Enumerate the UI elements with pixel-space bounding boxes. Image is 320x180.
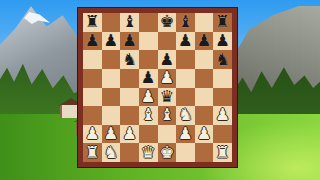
black-pawn-g7: ♟ xyxy=(197,31,212,49)
square-g3[interactable] xyxy=(195,106,214,125)
black-knight-c6: ♞ xyxy=(122,50,137,68)
square-h2[interactable] xyxy=(213,125,232,144)
square-b7[interactable]: ♟ xyxy=(102,32,121,51)
square-h1[interactable]: ♜ xyxy=(213,143,232,162)
square-d2[interactable] xyxy=(139,125,158,144)
chess-board-frame: ♜♝♚♝♜♟♟♟♟♟♟♞♟♞♟♟♟♛♝♝♞♟♟♟♟♟♟♜♞♛♚♜ xyxy=(78,8,237,167)
black-pawn-a7: ♟ xyxy=(85,31,100,49)
square-b3[interactable] xyxy=(102,106,121,125)
black-pawn-b7: ♟ xyxy=(104,31,119,49)
square-d1[interactable]: ♛ xyxy=(139,143,158,162)
black-pawn-f7: ♟ xyxy=(178,31,193,49)
square-a6[interactable] xyxy=(83,50,102,69)
square-c8[interactable]: ♝ xyxy=(120,13,139,32)
square-h5[interactable] xyxy=(213,69,232,88)
square-d3[interactable]: ♝ xyxy=(139,106,158,125)
square-h4[interactable] xyxy=(213,88,232,107)
square-g5[interactable] xyxy=(195,69,214,88)
white-pawn-h3: ♟ xyxy=(215,106,230,124)
white-rook-h1: ♜ xyxy=(215,143,230,161)
square-a8[interactable]: ♜ xyxy=(83,13,102,32)
black-knight-h6: ♞ xyxy=(215,50,230,68)
square-f3[interactable]: ♞ xyxy=(176,106,195,125)
square-e6[interactable]: ♟ xyxy=(158,50,177,69)
square-f4[interactable] xyxy=(176,88,195,107)
white-knight-b1: ♞ xyxy=(104,143,119,161)
white-rook-a1: ♜ xyxy=(85,143,100,161)
square-g4[interactable] xyxy=(195,88,214,107)
white-pawn-d4: ♟ xyxy=(141,87,156,105)
square-f1[interactable] xyxy=(176,143,195,162)
white-bishop-d3: ♝ xyxy=(141,106,156,124)
white-pawn-g2: ♟ xyxy=(197,125,212,143)
square-c4[interactable] xyxy=(120,88,139,107)
square-c3[interactable] xyxy=(120,106,139,125)
square-b5[interactable] xyxy=(102,69,121,88)
square-b4[interactable] xyxy=(102,88,121,107)
square-e4[interactable]: ♛ xyxy=(158,88,177,107)
square-e5[interactable]: ♟ xyxy=(158,69,177,88)
black-king-e8: ♚ xyxy=(159,13,174,31)
black-rook-a8: ♜ xyxy=(85,13,100,31)
square-e3[interactable]: ♝ xyxy=(158,106,177,125)
black-bishop-f8: ♝ xyxy=(178,13,193,31)
square-a5[interactable] xyxy=(83,69,102,88)
white-pawn-e5: ♟ xyxy=(159,69,174,87)
square-g1[interactable] xyxy=(195,143,214,162)
square-a2[interactable]: ♟ xyxy=(83,125,102,144)
white-pawn-a2: ♟ xyxy=(85,125,100,143)
thumbnail-scene: ♜♝♚♝♜♟♟♟♟♟♟♞♟♞♟♟♟♛♝♝♞♟♟♟♟♟♟♜♞♛♚♜ xyxy=(0,0,320,180)
white-pawn-c2: ♟ xyxy=(122,125,137,143)
black-pawn-d5: ♟ xyxy=(141,69,156,87)
black-bishop-c8: ♝ xyxy=(122,13,137,31)
square-c5[interactable] xyxy=(120,69,139,88)
square-d6[interactable] xyxy=(139,50,158,69)
square-c6[interactable]: ♞ xyxy=(120,50,139,69)
square-c7[interactable]: ♟ xyxy=(120,32,139,51)
square-e8[interactable]: ♚ xyxy=(158,13,177,32)
square-f2[interactable]: ♟ xyxy=(176,125,195,144)
square-h7[interactable]: ♟ xyxy=(213,32,232,51)
white-pawn-b2: ♟ xyxy=(104,125,119,143)
square-g7[interactable]: ♟ xyxy=(195,32,214,51)
chess-board: ♜♝♚♝♜♟♟♟♟♟♟♞♟♞♟♟♟♛♝♝♞♟♟♟♟♟♟♜♞♛♚♜ xyxy=(83,13,232,162)
square-a1[interactable]: ♜ xyxy=(83,143,102,162)
square-c2[interactable]: ♟ xyxy=(120,125,139,144)
square-b8[interactable] xyxy=(102,13,121,32)
square-f6[interactable] xyxy=(176,50,195,69)
black-pawn-h7: ♟ xyxy=(215,31,230,49)
white-queen-d1: ♛ xyxy=(141,143,156,161)
square-g6[interactable] xyxy=(195,50,214,69)
square-b1[interactable]: ♞ xyxy=(102,143,121,162)
square-g2[interactable]: ♟ xyxy=(195,125,214,144)
square-a7[interactable]: ♟ xyxy=(83,32,102,51)
square-f5[interactable] xyxy=(176,69,195,88)
black-pawn-c7: ♟ xyxy=(122,31,137,49)
white-knight-f3: ♞ xyxy=(178,106,193,124)
square-e7[interactable] xyxy=(158,32,177,51)
square-d7[interactable] xyxy=(139,32,158,51)
square-h3[interactable]: ♟ xyxy=(213,106,232,125)
black-queen-e4: ♛ xyxy=(159,87,174,105)
square-h8[interactable]: ♜ xyxy=(213,13,232,32)
square-h6[interactable]: ♞ xyxy=(213,50,232,69)
square-a3[interactable] xyxy=(83,106,102,125)
black-rook-h8: ♜ xyxy=(215,13,230,31)
square-c1[interactable] xyxy=(120,143,139,162)
black-pawn-e6: ♟ xyxy=(159,50,174,68)
square-a4[interactable] xyxy=(83,88,102,107)
square-d5[interactable]: ♟ xyxy=(139,69,158,88)
square-d8[interactable] xyxy=(139,13,158,32)
white-king-e1: ♚ xyxy=(159,143,174,161)
white-pawn-f2: ♟ xyxy=(178,125,193,143)
square-e2[interactable] xyxy=(158,125,177,144)
square-g8[interactable] xyxy=(195,13,214,32)
square-b2[interactable]: ♟ xyxy=(102,125,121,144)
square-b6[interactable] xyxy=(102,50,121,69)
square-f7[interactable]: ♟ xyxy=(176,32,195,51)
square-f8[interactable]: ♝ xyxy=(176,13,195,32)
white-bishop-e3: ♝ xyxy=(159,106,174,124)
square-e1[interactable]: ♚ xyxy=(158,143,177,162)
square-d4[interactable]: ♟ xyxy=(139,88,158,107)
